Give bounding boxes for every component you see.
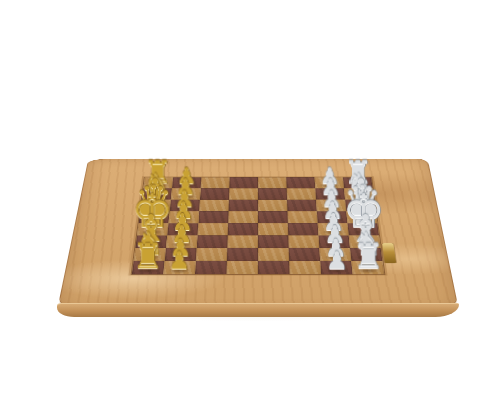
brass-hinge-icon: [382, 243, 396, 263]
board-square: ♟: [320, 261, 352, 274]
silver-pawn: ♟: [326, 249, 348, 273]
board-square: ♜: [132, 261, 165, 274]
board-square: [195, 261, 227, 274]
board-square: [258, 188, 287, 199]
board-square: [229, 200, 258, 212]
board-square: [227, 248, 258, 261]
board-square: [201, 177, 230, 188]
board-square: [286, 177, 315, 188]
board-square: [197, 235, 228, 248]
chess-board: ♜♟♟♜♞♟♟♞♝♟♟♝♛♟♟♛♚♟♟♚♝♟♟♝♞♟♟♞♜♟♟♜: [57, 159, 459, 310]
chess-set-product-photo: ♜♟♟♜♞♟♟♞♝♟♟♝♛♟♟♛♚♟♟♚♝♟♟♝♞♟♟♞♜♟♟♜: [0, 0, 500, 400]
board-grid: ♜♟♟♜♞♟♟♞♝♟♟♝♛♟♟♛♚♟♟♚♝♟♟♝♞♟♟♞♜♟♟♜: [132, 177, 384, 274]
board-square: [258, 235, 289, 248]
brass-rook: ♜: [132, 238, 163, 273]
board-square: [287, 188, 316, 199]
board-square: [198, 211, 228, 223]
board-square: [258, 200, 287, 212]
board-square: [258, 211, 288, 223]
brass-pawn: ♟: [168, 249, 190, 273]
board-square: [287, 200, 317, 212]
board-square: [258, 177, 287, 188]
board-square: [258, 223, 288, 235]
board-square: [228, 223, 258, 235]
board-square: [258, 261, 290, 274]
board-square: ♟: [163, 261, 195, 274]
board-square: [198, 223, 229, 235]
silver-rook: ♜: [353, 238, 384, 273]
perspective-camera: ♜♟♟♜♞♟♟♞♝♟♟♝♛♟♟♛♚♟♟♚♝♟♟♝♞♟♟♞♜♟♟♜: [0, 0, 500, 400]
board-square: ♜: [351, 261, 384, 274]
board-square: [288, 223, 319, 235]
board-square: [200, 188, 229, 199]
board-front-edge: [57, 303, 459, 317]
board-square: [289, 261, 321, 274]
board-square: [288, 235, 319, 248]
board-square: [229, 188, 258, 199]
board-square: [196, 248, 228, 261]
board-square: [229, 177, 258, 188]
board-square: [226, 261, 258, 274]
wood-latch: [240, 293, 254, 307]
board-square: [287, 211, 317, 223]
board-square: [228, 211, 258, 223]
board-square: [258, 248, 289, 261]
board-square: [227, 235, 258, 248]
board-square: [199, 200, 229, 212]
board-square: [289, 248, 321, 261]
